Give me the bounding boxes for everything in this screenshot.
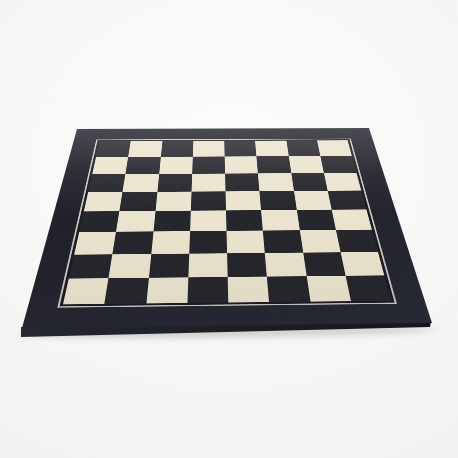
square-a3 — [74, 232, 116, 255]
square-b1 — [105, 278, 149, 304]
square-b5 — [120, 192, 158, 211]
square-d2 — [188, 253, 228, 277]
square-f4 — [261, 210, 299, 231]
square-a6 — [88, 174, 125, 192]
square-a4 — [79, 211, 119, 232]
square-g1 — [306, 276, 350, 302]
square-a2 — [69, 254, 113, 278]
square-b4 — [116, 211, 155, 232]
square-b2 — [109, 254, 151, 278]
board-inlay-line — [57, 139, 397, 308]
square-d1 — [187, 277, 228, 303]
square-h8 — [317, 140, 352, 156]
square-e7 — [225, 156, 258, 173]
square-e3 — [227, 231, 265, 253]
square-h3 — [336, 230, 378, 252]
square-h1 — [345, 275, 391, 301]
square-g5 — [294, 191, 332, 210]
square-c6 — [157, 174, 192, 192]
square-d7 — [192, 157, 225, 174]
square-f6 — [258, 173, 294, 191]
square-c1 — [146, 277, 188, 303]
square-g2 — [303, 252, 346, 276]
square-e4 — [226, 210, 263, 231]
square-f1 — [267, 276, 310, 302]
square-b8 — [128, 141, 162, 157]
square-g6 — [291, 173, 328, 191]
playing-area — [63, 140, 391, 304]
square-e1 — [228, 276, 270, 302]
square-d8 — [193, 141, 225, 157]
photo-canvas — [0, 0, 458, 458]
square-b6 — [123, 174, 159, 192]
square-a5 — [84, 192, 123, 212]
square-f7 — [257, 156, 291, 173]
square-h6 — [324, 173, 362, 191]
square-d3 — [189, 231, 227, 253]
square-g3 — [299, 230, 340, 252]
square-d5 — [191, 191, 226, 210]
square-a7 — [92, 157, 128, 174]
square-e8 — [224, 141, 256, 157]
square-f2 — [265, 252, 306, 276]
square-c8 — [161, 141, 194, 157]
square-c7 — [159, 157, 193, 174]
square-a1 — [63, 278, 109, 304]
square-c3 — [151, 231, 190, 253]
square-g8 — [286, 140, 320, 156]
square-c4 — [153, 211, 191, 232]
square-h2 — [340, 252, 384, 276]
square-h5 — [327, 190, 366, 209]
square-f5 — [260, 191, 297, 210]
square-d6 — [191, 173, 225, 191]
square-c2 — [149, 253, 190, 277]
chess-board — [22, 128, 432, 328]
square-b7 — [126, 157, 161, 174]
square-d4 — [190, 210, 227, 231]
square-f3 — [263, 230, 303, 252]
square-h7 — [320, 156, 356, 173]
square-b3 — [113, 232, 153, 255]
square-h4 — [331, 209, 371, 230]
square-a8 — [96, 141, 131, 157]
square-f8 — [255, 141, 288, 157]
square-e2 — [227, 253, 267, 277]
square-g4 — [296, 210, 335, 231]
square-c5 — [155, 191, 191, 210]
square-g7 — [288, 156, 323, 173]
square-e5 — [226, 191, 262, 210]
square-e6 — [225, 173, 260, 191]
